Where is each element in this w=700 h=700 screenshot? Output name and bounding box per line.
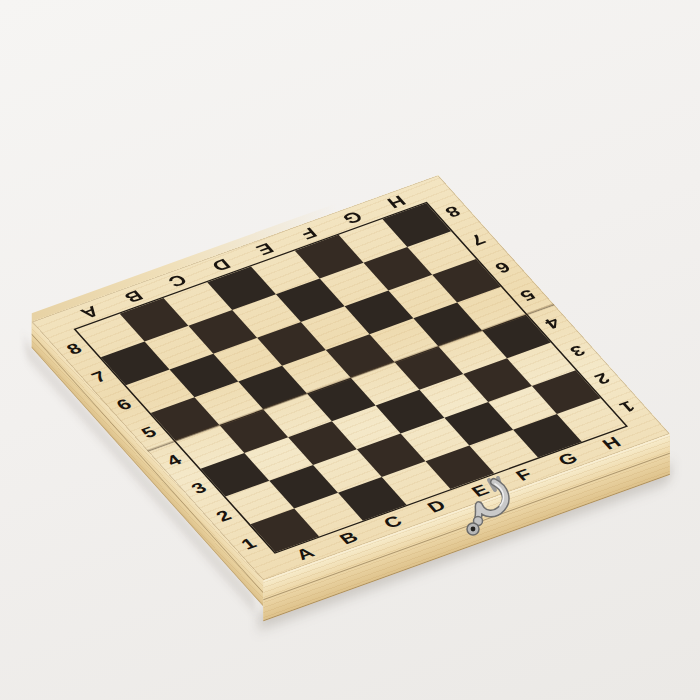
clasp-hook-icon — [455, 466, 527, 550]
board-top: ABCDEFGH ABCDEFGH 87654321 87654321 — [32, 175, 670, 580]
photo-stage: ABCDEFGH ABCDEFGH 87654321 87654321 — [0, 0, 700, 700]
